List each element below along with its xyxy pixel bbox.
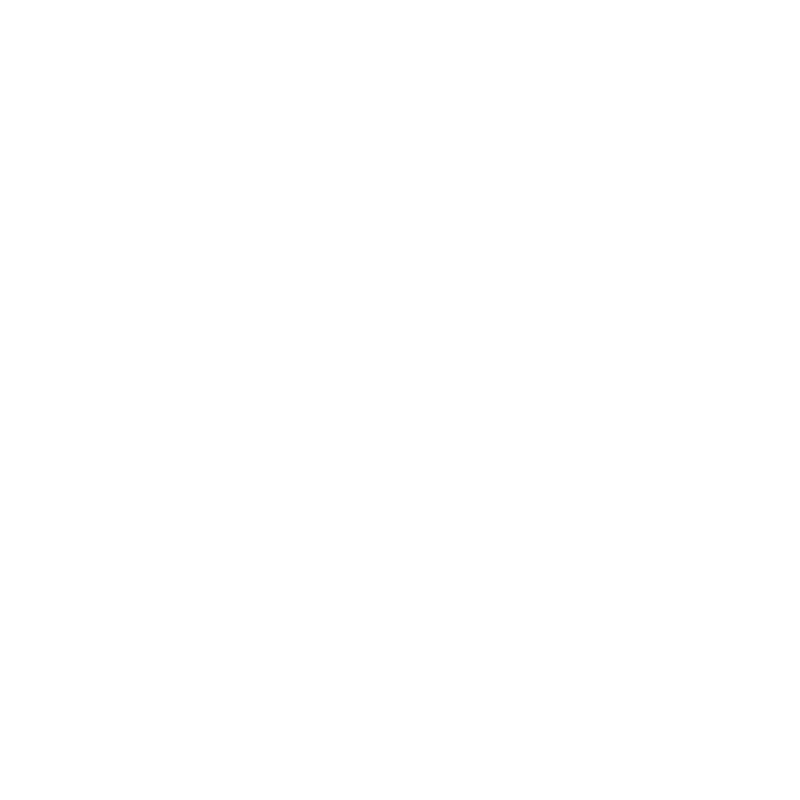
chess-set-photo: [0, 0, 800, 800]
chess-board-svg: [0, 0, 800, 800]
